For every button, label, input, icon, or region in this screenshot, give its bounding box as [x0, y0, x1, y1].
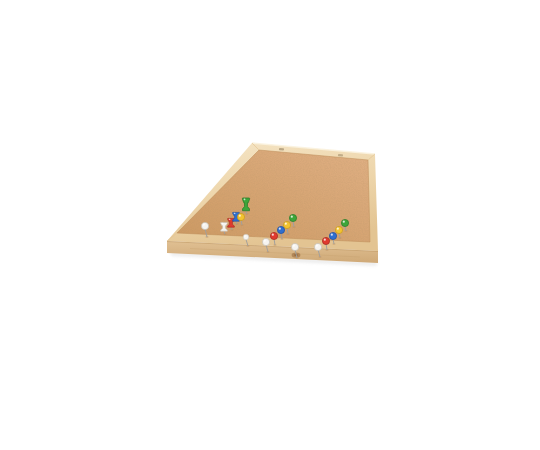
pin-head-highlight	[222, 223, 224, 224]
pin-head-ball	[262, 238, 269, 245]
pin-head-highlight	[239, 215, 241, 217]
pin-head-highlight	[244, 199, 246, 201]
pin-head-ball	[243, 234, 249, 240]
pin-head-highlight	[272, 234, 274, 236]
pin-head-ball	[314, 243, 321, 250]
pin-head-ball	[201, 222, 208, 229]
pin-head-highlight	[337, 228, 339, 230]
frame-hardware-mark	[279, 148, 284, 151]
pin-head-ball	[237, 213, 244, 220]
pin-head-ball	[329, 232, 336, 239]
pin-head-highlight	[229, 219, 231, 220]
pin-head-highlight	[331, 234, 333, 236]
frame-hardware-mark	[338, 154, 343, 157]
pin-head-ball	[277, 226, 284, 233]
pin-head-highlight	[343, 221, 345, 223]
pin-head-ball	[341, 219, 348, 226]
pin-head-highlight	[293, 245, 295, 247]
pin-head-highlight	[203, 224, 205, 226]
pin-head-ball	[322, 237, 329, 244]
product-photo-stage	[0, 0, 540, 450]
pin-head-highlight	[264, 240, 266, 242]
pin-head-highlight	[316, 245, 318, 247]
pin-head-highlight	[285, 223, 287, 225]
pin-head-highlight	[291, 216, 293, 218]
pin-head-highlight	[244, 235, 246, 237]
pin-head-ball	[289, 214, 296, 221]
pin-head-ball	[335, 226, 342, 233]
pin-head-ball	[291, 243, 298, 250]
corkboard-photo	[0, 0, 540, 450]
pin-head-highlight	[324, 239, 326, 241]
pin-head-highlight	[234, 213, 236, 214]
pin-head-highlight	[279, 228, 281, 230]
pin-head-ball	[283, 221, 290, 228]
pin-head-ball	[270, 232, 277, 239]
